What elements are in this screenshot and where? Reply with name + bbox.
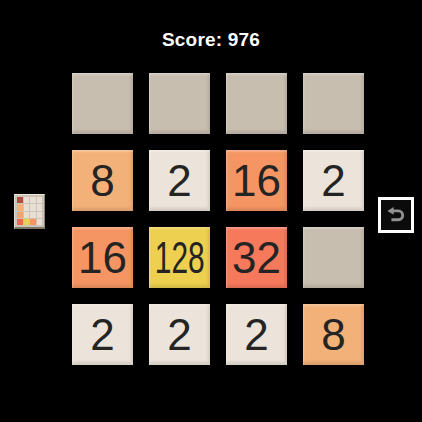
empty-cell-r3c4 [303, 227, 364, 288]
thumbnail-cell [24, 197, 30, 203]
undo-icon [385, 204, 407, 226]
thumbnail-cell [37, 204, 43, 210]
tile-8-r4c4: 8 [303, 304, 364, 365]
thumbnail-cell [17, 219, 23, 225]
thumbnail-cell [30, 197, 36, 203]
undo-button[interactable] [378, 197, 414, 233]
thumbnail-cell [17, 197, 23, 203]
tile-8-r2c1: 8 [72, 150, 133, 211]
game-screen: Score: 976 8216216128322228 [0, 0, 422, 422]
thumbnail-cell [37, 219, 43, 225]
thumbnail-cell [17, 212, 23, 218]
thumbnail-cell [30, 204, 36, 210]
thumbnail-cell [30, 219, 36, 225]
tile-2-r2c4: 2 [303, 150, 364, 211]
board-grid[interactable]: 8216216128322228 [72, 73, 364, 365]
tile-16-r2c3: 16 [226, 150, 287, 211]
thumbnail-cell [24, 219, 30, 225]
tile-32-r3c3: 32 [226, 227, 287, 288]
thumbnail-cell [24, 204, 30, 210]
tile-2-r4c3: 2 [226, 304, 287, 365]
tile-2-r4c2: 2 [149, 304, 210, 365]
tile-2-r4c1: 2 [72, 304, 133, 365]
thumbnail-cell [30, 212, 36, 218]
tile-16-r3c1: 16 [72, 227, 133, 288]
thumbnail-cell [37, 212, 43, 218]
empty-cell-r1c1 [72, 73, 133, 134]
tile-2-r2c2: 2 [149, 150, 210, 211]
score-display: Score: 976 [0, 29, 422, 51]
mini-board-thumbnail-icon [17, 197, 42, 225]
thumbnail-cell [37, 197, 43, 203]
empty-cell-r1c2 [149, 73, 210, 134]
thumbnail-cell [17, 204, 23, 210]
thumbnail-cell [24, 212, 30, 218]
tile-128-r3c2: 128 [149, 227, 210, 288]
mini-board-thumbnail-button[interactable] [14, 194, 45, 229]
empty-cell-r1c4 [303, 73, 364, 134]
empty-cell-r1c3 [226, 73, 287, 134]
